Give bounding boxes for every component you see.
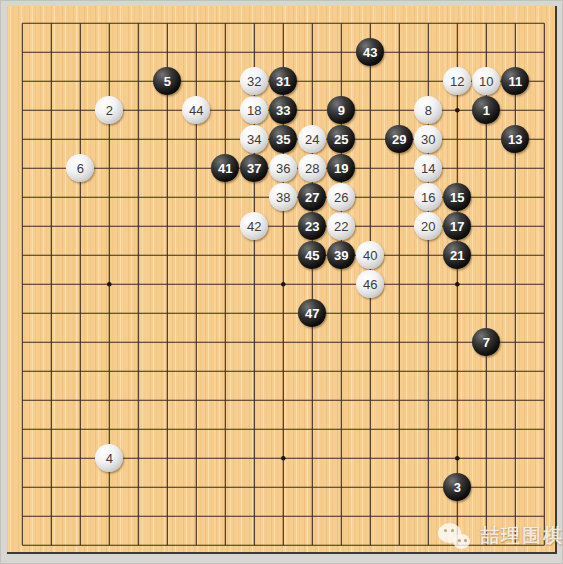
stone-white-22: 22 (327, 212, 355, 240)
stone-white-30: 30 (414, 125, 442, 153)
stone-black-25: 25 (327, 125, 355, 153)
go-board: 1234567891011121314151617181920212223242… (7, 6, 557, 554)
stone-black-39: 39 (327, 241, 355, 269)
stone-white-4: 4 (95, 444, 123, 472)
stone-white-2: 2 (95, 96, 123, 124)
stone-white-40: 40 (356, 241, 384, 269)
go-diagram-page: 1234567891011121314151617181920212223242… (0, 0, 563, 564)
stone-white-38: 38 (269, 183, 297, 211)
stone-white-8: 8 (414, 96, 442, 124)
stone-white-16: 16 (414, 183, 442, 211)
stone-black-23: 23 (298, 212, 326, 240)
stone-white-42: 42 (240, 212, 268, 240)
stone-white-46: 46 (356, 270, 384, 298)
stone-black-33: 33 (269, 96, 297, 124)
stone-white-32: 32 (240, 67, 268, 95)
stone-black-29: 29 (385, 125, 413, 153)
stone-black-47: 47 (298, 299, 326, 327)
stone-black-41: 41 (211, 154, 239, 182)
stone-black-21: 21 (443, 241, 471, 269)
stone-black-13: 13 (501, 125, 529, 153)
stone-white-20: 20 (414, 212, 442, 240)
stone-black-17: 17 (443, 212, 471, 240)
stone-black-35: 35 (269, 125, 297, 153)
stone-black-15: 15 (443, 183, 471, 211)
stone-white-36: 36 (269, 154, 297, 182)
stone-white-14: 14 (414, 154, 442, 182)
stone-black-31: 31 (269, 67, 297, 95)
stone-black-7: 7 (472, 328, 500, 356)
stone-black-45: 45 (298, 241, 326, 269)
stone-white-44: 44 (182, 96, 210, 124)
stone-black-9: 9 (327, 96, 355, 124)
stones-layer: 1234567891011121314151617181920212223242… (8, 9, 559, 560)
stone-black-1: 1 (472, 96, 500, 124)
stone-white-34: 34 (240, 125, 268, 153)
stone-black-37: 37 (240, 154, 268, 182)
stone-white-18: 18 (240, 96, 268, 124)
stone-white-24: 24 (298, 125, 326, 153)
stone-white-10: 10 (472, 67, 500, 95)
stone-black-43: 43 (356, 38, 384, 66)
stone-black-3: 3 (443, 473, 471, 501)
stone-black-19: 19 (327, 154, 355, 182)
stone-white-12: 12 (443, 67, 471, 95)
stone-black-5: 5 (153, 67, 181, 95)
stone-white-6: 6 (66, 154, 94, 182)
stone-black-11: 11 (501, 67, 529, 95)
stone-black-27: 27 (298, 183, 326, 211)
stone-white-28: 28 (298, 154, 326, 182)
stone-white-26: 26 (327, 183, 355, 211)
